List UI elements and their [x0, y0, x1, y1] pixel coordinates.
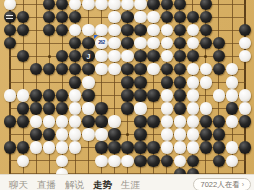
black-stone — [56, 24, 68, 36]
black-stone — [213, 141, 225, 153]
white-stone — [121, 155, 133, 167]
black-stone — [213, 115, 225, 127]
white-stone — [161, 102, 173, 114]
white-stone — [108, 50, 120, 62]
white-stone — [82, 76, 94, 88]
black-stone — [82, 37, 94, 49]
white-stone — [69, 24, 81, 36]
white-stone — [161, 37, 173, 49]
black-stone — [56, 11, 68, 23]
black-stone — [43, 128, 55, 140]
black-stone — [174, 0, 186, 10]
black-stone — [56, 102, 68, 114]
black-stone — [30, 89, 42, 101]
black-stone — [147, 50, 159, 62]
black-stone — [213, 155, 225, 167]
black-stone — [43, 63, 55, 75]
white-stone — [56, 155, 68, 167]
tab-1[interactable]: 直播 — [37, 175, 56, 190]
black-stone — [200, 115, 212, 127]
chevron-right-icon: › — [242, 179, 244, 190]
white-stone — [147, 24, 159, 36]
white-stone — [226, 115, 238, 127]
white-stone — [43, 115, 55, 127]
white-stone — [161, 141, 173, 153]
white-stone — [161, 89, 173, 101]
black-stone — [43, 24, 55, 36]
tab-3[interactable]: 走势 — [93, 175, 112, 190]
white-stone — [239, 89, 251, 101]
black-stone — [239, 141, 251, 153]
black-stone — [56, 50, 68, 62]
black-stone — [56, 63, 68, 75]
white-stone — [95, 128, 107, 140]
white-stone — [226, 155, 238, 167]
black-stone — [147, 141, 159, 153]
black-stone — [121, 141, 133, 153]
white-stone — [226, 89, 238, 101]
black-stone — [239, 24, 251, 36]
white-stone — [82, 102, 94, 114]
black-stone — [213, 128, 225, 140]
black-stone — [4, 141, 16, 153]
black-stone — [134, 115, 146, 127]
black-stone — [147, 89, 159, 101]
white-stone — [187, 102, 199, 114]
black-stone — [134, 50, 146, 62]
white-stone — [121, 50, 133, 62]
white-stone — [187, 128, 199, 140]
black-stone — [134, 155, 146, 167]
white-stone — [147, 11, 159, 23]
white-stone — [17, 89, 29, 101]
white-stone — [56, 115, 68, 127]
go-board[interactable]: 262J — [0, 0, 254, 174]
black-stone — [121, 89, 133, 101]
marked-stone-bars — [4, 11, 16, 23]
black-stone — [121, 24, 133, 36]
white-stone — [161, 115, 173, 127]
star-point — [204, 55, 207, 58]
black-stone — [134, 128, 146, 140]
white-stone — [108, 155, 120, 167]
black-stone — [174, 24, 186, 36]
white-stone — [226, 141, 238, 153]
black-stone — [174, 50, 186, 62]
white-stone — [30, 141, 42, 153]
black-stone — [30, 63, 42, 75]
black-stone — [226, 102, 238, 114]
tab-4[interactable]: 生涯 — [121, 175, 140, 190]
white-stone — [82, 24, 94, 36]
black-stone — [69, 76, 81, 88]
black-stone — [174, 37, 186, 49]
black-stone — [82, 89, 94, 101]
white-stone — [134, 102, 146, 114]
black-stone — [69, 37, 81, 49]
black-stone — [200, 11, 212, 23]
white-stone — [226, 63, 238, 75]
bottom-tab-bar: 聊天直播解说走势生涯 7022人在看 › — [0, 174, 254, 190]
white-stone — [4, 89, 16, 101]
star-point — [126, 133, 129, 136]
white-stone — [239, 102, 251, 114]
white-stone — [69, 0, 81, 10]
black-stone — [95, 102, 107, 114]
black-stone — [30, 102, 42, 114]
black-stone — [161, 63, 173, 75]
black-stone — [95, 115, 107, 127]
black-stone — [69, 50, 81, 62]
black-stone — [161, 155, 173, 167]
white-stone — [187, 63, 199, 75]
black-stone — [174, 76, 186, 88]
white-stone — [161, 50, 173, 62]
white-stone — [134, 0, 146, 10]
white-stone — [108, 63, 120, 75]
black-stone — [200, 128, 212, 140]
white-stone — [82, 128, 94, 140]
white-stone — [95, 63, 107, 75]
black-stone — [187, 50, 199, 62]
white-stone — [4, 0, 16, 10]
black-stone — [56, 89, 68, 101]
black-stone — [134, 141, 146, 153]
white-stone — [239, 37, 251, 49]
black-stone — [69, 63, 81, 75]
white-stone — [30, 115, 42, 127]
go-broadcast-screen: 262J 聊天直播解说走势生涯 7022人在看 › — [0, 0, 254, 190]
white-stone — [239, 50, 251, 62]
black-stone — [134, 76, 146, 88]
letter-marker-label: J — [86, 53, 90, 60]
black-stone — [147, 115, 159, 127]
white-stone — [161, 128, 173, 140]
white-stone — [95, 0, 107, 10]
black-stone — [108, 141, 120, 153]
white-stone — [174, 115, 186, 127]
black-stone — [17, 50, 29, 62]
viewers-pill[interactable]: 7022人在看 › — [193, 178, 251, 190]
white-stone — [187, 24, 199, 36]
black-stone — [161, 76, 173, 88]
black-stone — [174, 11, 186, 23]
white-stone — [187, 76, 199, 88]
black-stone — [187, 155, 199, 167]
black-stone — [69, 11, 81, 23]
white-stone — [69, 89, 81, 101]
white-stone — [200, 63, 212, 75]
black-stone — [147, 0, 159, 10]
black-stone — [174, 63, 186, 75]
star-point — [48, 55, 51, 58]
black-stone — [17, 11, 29, 23]
white-stone — [56, 128, 68, 140]
black-stone — [4, 24, 16, 36]
black-stone — [121, 63, 133, 75]
white-stone — [174, 155, 186, 167]
black-stone — [17, 102, 29, 114]
white-stone — [213, 89, 225, 101]
letter-marked-stone: J — [82, 50, 94, 62]
black-stone — [174, 89, 186, 101]
tab-0[interactable]: 聊天 — [9, 175, 28, 190]
black-stone — [82, 63, 94, 75]
black-stone — [213, 63, 225, 75]
white-stone — [69, 102, 81, 114]
black-stone — [213, 37, 225, 49]
black-stone — [43, 102, 55, 114]
black-stone — [121, 11, 133, 23]
white-stone — [108, 115, 120, 127]
white-stone — [187, 37, 199, 49]
white-stone — [95, 50, 107, 62]
black-stone — [161, 0, 173, 10]
white-stone — [147, 63, 159, 75]
black-stone — [187, 11, 199, 23]
white-stone — [187, 89, 199, 101]
white-stone — [56, 141, 68, 153]
white-stone — [69, 141, 81, 153]
white-stone — [174, 128, 186, 140]
white-stone — [108, 37, 120, 49]
black-stone — [239, 115, 251, 127]
black-stone — [134, 63, 146, 75]
black-stone — [43, 0, 55, 10]
move-number-label: 262 — [98, 41, 104, 46]
black-stone — [17, 24, 29, 36]
white-stone — [200, 102, 212, 114]
white-stone — [147, 37, 159, 49]
black-stone — [17, 115, 29, 127]
black-stone — [30, 128, 42, 140]
white-stone — [82, 0, 94, 10]
black-stone — [4, 37, 16, 49]
white-stone — [69, 128, 81, 140]
black-stone — [121, 76, 133, 88]
white-stone — [161, 24, 173, 36]
black-stone — [56, 0, 68, 10]
blue-flag-icon — [94, 35, 98, 39]
black-stone — [200, 141, 212, 153]
black-stone — [95, 141, 107, 153]
white-stone — [134, 37, 146, 49]
tab-2[interactable]: 解说 — [65, 175, 84, 190]
white-stone — [108, 0, 120, 10]
white-stone — [187, 115, 199, 127]
black-stone — [134, 24, 146, 36]
black-stone — [134, 89, 146, 101]
black-stone — [200, 24, 212, 36]
white-stone — [95, 155, 107, 167]
black-stone — [4, 115, 16, 127]
white-stone — [108, 24, 120, 36]
white-stone — [17, 155, 29, 167]
white-stone — [43, 141, 55, 153]
last-move-stone: 262 — [95, 37, 107, 49]
black-stone — [200, 0, 212, 10]
white-stone — [174, 141, 186, 153]
viewers-count-label: 7022人在看 — [200, 179, 239, 190]
black-stone — [147, 155, 159, 167]
black-stone — [43, 11, 55, 23]
black-stone — [121, 102, 133, 114]
white-stone — [187, 141, 199, 153]
black-stone — [43, 89, 55, 101]
black-stone — [108, 128, 120, 140]
black-stone — [17, 141, 29, 153]
white-stone — [69, 115, 81, 127]
black-stone — [121, 37, 133, 49]
black-stone — [174, 102, 186, 114]
white-stone — [226, 76, 238, 88]
white-stone — [108, 11, 120, 23]
black-stone — [200, 37, 212, 49]
black-stone — [82, 115, 94, 127]
white-stone — [134, 11, 146, 23]
equals-marker-icon — [6, 15, 13, 17]
black-stone — [161, 11, 173, 23]
white-stone — [200, 76, 212, 88]
white-stone — [121, 0, 133, 10]
black-stone — [213, 50, 225, 62]
